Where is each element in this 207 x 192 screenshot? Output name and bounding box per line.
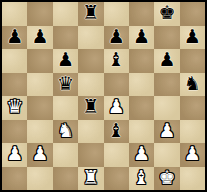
- square-f6[interactable]: [129, 49, 154, 73]
- square-f1[interactable]: ♝: [129, 167, 154, 191]
- black-pawn-a7[interactable]: ♟: [6, 27, 23, 46]
- square-e8[interactable]: [104, 2, 129, 26]
- square-e2[interactable]: [104, 143, 129, 167]
- square-b5[interactable]: [27, 73, 52, 97]
- white-bishop-f1[interactable]: ♝: [133, 168, 150, 187]
- square-b6[interactable]: [27, 49, 52, 73]
- square-g1[interactable]: ♚: [154, 167, 179, 191]
- square-d1[interactable]: ♜: [78, 167, 103, 191]
- square-g6[interactable]: ♟: [154, 49, 179, 73]
- white-king-g1[interactable]: ♚: [158, 168, 175, 187]
- square-d8[interactable]: ♜: [78, 2, 103, 26]
- square-f7[interactable]: ♟: [129, 26, 154, 50]
- square-a1[interactable]: [2, 167, 27, 191]
- white-pawn-h2[interactable]: ♟: [184, 144, 201, 163]
- square-d6[interactable]: [78, 49, 103, 73]
- square-b2[interactable]: ♟: [27, 143, 52, 167]
- black-pawn-e7[interactable]: ♟: [108, 27, 125, 46]
- square-g5[interactable]: [154, 73, 179, 97]
- square-b4[interactable]: [27, 96, 52, 120]
- black-bishop-e6[interactable]: ♝: [108, 50, 125, 69]
- square-g8[interactable]: ♚: [154, 2, 179, 26]
- white-pawn-a2[interactable]: ♟: [6, 144, 23, 163]
- square-a8[interactable]: [2, 2, 27, 26]
- square-e7[interactable]: ♟: [104, 26, 129, 50]
- black-rook-d4[interactable]: ♜: [82, 97, 99, 116]
- square-a3[interactable]: [2, 120, 27, 144]
- black-king-g8[interactable]: ♚: [158, 3, 175, 22]
- black-queen-c5[interactable]: ♛: [57, 74, 74, 93]
- square-g7[interactable]: [154, 26, 179, 50]
- square-f8[interactable]: [129, 2, 154, 26]
- square-d3[interactable]: [78, 120, 103, 144]
- white-rook-d1[interactable]: ♜: [82, 168, 99, 187]
- square-b3[interactable]: [27, 120, 52, 144]
- square-c1[interactable]: [53, 167, 78, 191]
- square-c4[interactable]: [53, 96, 78, 120]
- black-pawn-c6[interactable]: ♟: [57, 50, 74, 69]
- square-h2[interactable]: ♟: [180, 143, 205, 167]
- square-h6[interactable]: [180, 49, 205, 73]
- square-h7[interactable]: ♟: [180, 26, 205, 50]
- square-e5[interactable]: [104, 73, 129, 97]
- square-d7[interactable]: [78, 26, 103, 50]
- square-e4[interactable]: ♟: [104, 96, 129, 120]
- square-h3[interactable]: [180, 120, 205, 144]
- square-h5[interactable]: ♞: [180, 73, 205, 97]
- square-c3[interactable]: ♞: [53, 120, 78, 144]
- square-a6[interactable]: [2, 49, 27, 73]
- square-c5[interactable]: ♛: [53, 73, 78, 97]
- black-rook-d8[interactable]: ♜: [82, 3, 99, 22]
- square-b8[interactable]: [27, 2, 52, 26]
- chess-board: ♜♚♟♟♟♟♟♟♝♟♛♞♛♜♟♞♝♟♟♟♟♟♜♝♚: [0, 0, 207, 192]
- square-f5[interactable]: [129, 73, 154, 97]
- square-f4[interactable]: [129, 96, 154, 120]
- white-pawn-b2[interactable]: ♟: [32, 144, 49, 163]
- black-knight-h5[interactable]: ♞: [184, 74, 201, 93]
- white-pawn-e4[interactable]: ♟: [108, 97, 125, 116]
- square-e3[interactable]: ♝: [104, 120, 129, 144]
- square-a7[interactable]: ♟: [2, 26, 27, 50]
- square-d4[interactable]: ♜: [78, 96, 103, 120]
- square-a5[interactable]: [2, 73, 27, 97]
- square-f3[interactable]: [129, 120, 154, 144]
- square-d5[interactable]: [78, 73, 103, 97]
- square-c6[interactable]: ♟: [53, 49, 78, 73]
- chess-app: ♜♚♟♟♟♟♟♟♝♟♛♞♛♜♟♞♝♟♟♟♟♟♜♝♚: [0, 0, 207, 192]
- square-e6[interactable]: ♝: [104, 49, 129, 73]
- square-h4[interactable]: [180, 96, 205, 120]
- square-d2[interactable]: [78, 143, 103, 167]
- square-c8[interactable]: [53, 2, 78, 26]
- square-a4[interactable]: ♛: [2, 96, 27, 120]
- square-g4[interactable]: [154, 96, 179, 120]
- white-pawn-f2[interactable]: ♟: [133, 144, 150, 163]
- square-c2[interactable]: [53, 143, 78, 167]
- square-g3[interactable]: ♟: [154, 120, 179, 144]
- square-h8[interactable]: [180, 2, 205, 26]
- black-pawn-f7[interactable]: ♟: [133, 27, 150, 46]
- white-pawn-g3[interactable]: ♟: [158, 121, 175, 140]
- white-knight-c3[interactable]: ♞: [57, 121, 74, 140]
- square-e1[interactable]: [104, 167, 129, 191]
- square-b7[interactable]: ♟: [27, 26, 52, 50]
- black-bishop-e3[interactable]: ♝: [108, 121, 125, 140]
- square-c7[interactable]: [53, 26, 78, 50]
- white-queen-a4[interactable]: ♛: [6, 97, 23, 116]
- square-a2[interactable]: ♟: [2, 143, 27, 167]
- square-b1[interactable]: [27, 167, 52, 191]
- square-h1[interactable]: [180, 167, 205, 191]
- black-pawn-b7[interactable]: ♟: [32, 27, 49, 46]
- black-pawn-h7[interactable]: ♟: [184, 27, 201, 46]
- square-g2[interactable]: [154, 143, 179, 167]
- square-f2[interactable]: ♟: [129, 143, 154, 167]
- black-pawn-g6[interactable]: ♟: [158, 50, 175, 69]
